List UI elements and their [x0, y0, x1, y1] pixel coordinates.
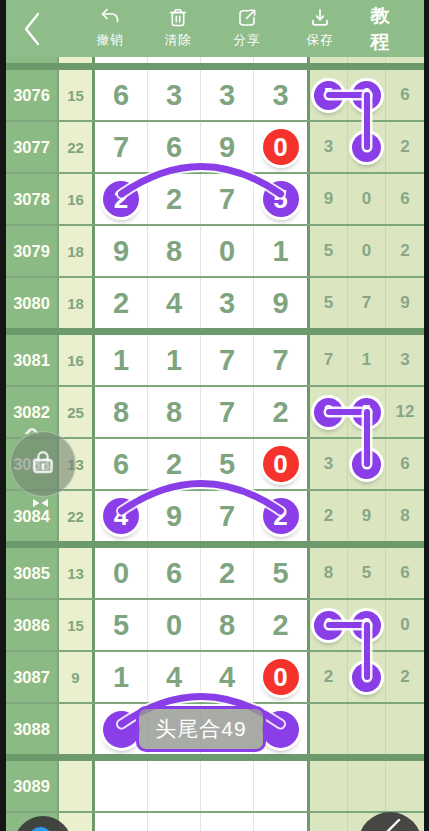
pencil-icon — [373, 812, 407, 831]
digit-cell[interactable]: 3 — [201, 70, 254, 120]
digit-cell[interactable]: 8 — [148, 226, 201, 276]
screen-edge-left — [0, 0, 6, 831]
aux-digit-cell[interactable]: 12 — [386, 387, 424, 437]
sum-cell: 13 — [59, 548, 92, 598]
purple-circle-mark[interactable]: 6 — [352, 133, 381, 162]
sum-cell: 15 — [59, 600, 92, 650]
sum-cell: 9 — [59, 652, 92, 702]
chart-row: 3081161177713 — [6, 335, 424, 385]
aux-digit-cell[interactable]: 7 — [348, 278, 386, 328]
chart-row: 3084224972298 — [6, 491, 424, 541]
aux-digit-cell[interactable] — [386, 704, 424, 754]
digit-cell[interactable]: 0 — [148, 600, 201, 650]
period-cell: 3086 — [6, 600, 59, 650]
sum-cell: 25 — [59, 387, 92, 437]
aux-digit-cell[interactable]: 1 — [348, 335, 386, 385]
sum-cell: 16 — [59, 174, 92, 224]
aux-digit-cell[interactable]: 5 — [348, 387, 386, 437]
digit-cell[interactable]: 5 — [254, 174, 307, 224]
undo-label: 撤销 — [97, 32, 124, 49]
digit-cell[interactable]: 2 — [254, 600, 307, 650]
aux-digit-cell[interactable]: 6 — [386, 548, 424, 598]
sum-cell: 18 — [59, 278, 92, 328]
aux-digit-cell[interactable]: 3 — [348, 439, 386, 489]
aux-digit-cell[interactable]: 0 — [348, 652, 386, 702]
purple-circle-mark[interactable] — [262, 711, 299, 748]
purple-circle-mark[interactable]: 5 — [352, 398, 381, 427]
aux-digit-cell[interactable]: 2 — [386, 652, 424, 702]
period-cell: 3084 — [6, 491, 59, 541]
aux-digit-cell[interactable]: 6 — [310, 600, 348, 650]
clear-button[interactable]: 清除 — [148, 6, 208, 49]
back-button[interactable] — [22, 11, 42, 51]
digit-cell[interactable]: 0 — [254, 439, 307, 489]
digit-cell[interactable] — [148, 57, 201, 63]
purple-circle-mark[interactable]: 5 — [263, 181, 299, 217]
digit-cell[interactable]: 2 — [254, 387, 307, 437]
digit-cell[interactable]: 3 — [201, 278, 254, 328]
purple-circle-mark[interactable]: 8 — [352, 611, 381, 640]
period-cell: 3078 — [6, 174, 59, 224]
period-cell: 3087 — [6, 652, 59, 702]
digit-cell[interactable] — [201, 57, 254, 63]
aux-digit-cell[interactable] — [348, 57, 386, 63]
screen-edge-right — [424, 0, 429, 831]
sum-cell: 22 — [59, 491, 92, 541]
digit-cell[interactable]: 0 — [201, 226, 254, 276]
purple-circle-mark[interactable] — [103, 711, 140, 748]
aux-digit-cell[interactable] — [310, 704, 348, 754]
digit-cell[interactable]: 2 — [148, 439, 201, 489]
digit-cell[interactable]: 0 — [254, 122, 307, 172]
digit-cell[interactable]: 1 — [148, 335, 201, 385]
digit-cell[interactable]: 4 — [148, 652, 201, 702]
chart-row: 3082^2588728512 — [6, 387, 424, 437]
digit-cell[interactable]: 9 — [201, 122, 254, 172]
digit-cell[interactable]: 8 — [201, 600, 254, 650]
digit-cell[interactable]: 2 — [95, 278, 148, 328]
digit-cell[interactable]: 9 — [254, 278, 307, 328]
aux-digit-cell[interactable]: 9 — [310, 174, 348, 224]
digit-cell[interactable]: 1 — [95, 335, 148, 385]
purple-circle-mark[interactable]: 2 — [263, 498, 299, 534]
aux-digit-cell[interactable]: 5 — [310, 226, 348, 276]
period-cell: 3080 — [6, 278, 59, 328]
digit-cell[interactable]: 1 — [254, 226, 307, 276]
purple-circle-mark[interactable]: 6 — [314, 611, 343, 640]
share-button[interactable]: 分享 — [217, 6, 277, 49]
period-cell: 3082^ — [6, 387, 59, 437]
digit-cell[interactable]: 7 — [201, 335, 254, 385]
aux-digit-cell[interactable]: 2 — [310, 652, 348, 702]
digit-cell[interactable]: 6 — [148, 548, 201, 598]
lock-icon — [27, 446, 59, 482]
digit-cell[interactable]: 7 — [254, 335, 307, 385]
digit-cell[interactable]: 5 — [95, 600, 148, 650]
digit-cell[interactable]: 3 — [148, 70, 201, 120]
period-cell: 3076 — [6, 70, 59, 120]
period-cell: 3088 — [6, 704, 59, 754]
toolbar: 撤销 清除 分享 保存 教程 — [0, 0, 429, 57]
digit-cell[interactable]: 4 — [95, 491, 148, 541]
digit-cell[interactable]: 0 — [254, 652, 307, 702]
chart-row: 3080182439579 — [6, 278, 424, 328]
sum-cell — [59, 57, 92, 63]
period-cell: 3077 — [6, 122, 59, 172]
aux-digit-cell[interactable]: 2 — [386, 122, 424, 172]
aux-digit-cell[interactable]: 6 — [348, 122, 386, 172]
chart-row: 3085130625856 — [6, 548, 424, 598]
aux-digit-cell[interactable]: 0 — [386, 600, 424, 650]
digit-cell[interactable]: 7 — [201, 387, 254, 437]
aux-digit-cell[interactable]: 8 — [386, 491, 424, 541]
blue-dot-icon — [29, 827, 52, 831]
digit-cell[interactable]: 1 — [95, 652, 148, 702]
aux-digit-cell[interactable]: 5 — [310, 70, 348, 120]
share-icon — [235, 6, 259, 30]
aux-digit-cell[interactable] — [310, 57, 348, 63]
aux-digit-cell[interactable]: 0 — [348, 226, 386, 276]
chevron-left-icon — [22, 33, 42, 50]
aux-digit-cell[interactable]: 5 — [310, 278, 348, 328]
digit-cell[interactable]: 3 — [254, 70, 307, 120]
sum-cell: 22 — [59, 122, 92, 172]
tutorial-button[interactable]: 教程 — [371, 3, 410, 55]
period-cell — [6, 57, 59, 63]
purple-circle-mark[interactable]: 3 — [352, 450, 381, 479]
sum-cell: 16 — [59, 335, 92, 385]
aux-digit-cell[interactable]: 2 — [310, 491, 348, 541]
undo-button[interactable]: 撤销 — [80, 6, 140, 49]
chart-row: 308791440202 — [6, 652, 424, 702]
save-label: 保存 — [307, 32, 334, 49]
purple-circle-mark[interactable]: 6 — [352, 81, 381, 110]
purple-circle-mark[interactable]: 0 — [352, 663, 381, 692]
red-circle-mark[interactable]: 0 — [263, 659, 299, 695]
aux-digit-cell[interactable]: 8 — [310, 387, 348, 437]
digit-cell[interactable] — [201, 761, 254, 811]
sum-cell — [59, 761, 92, 811]
digit-cell[interactable]: 8 — [148, 387, 201, 437]
aux-digit-cell[interactable]: 3 — [310, 122, 348, 172]
digit-cell[interactable] — [95, 813, 148, 831]
purple-circle-mark[interactable]: 4 — [103, 498, 139, 534]
chart-row: 3089 — [6, 761, 424, 811]
digit-cell[interactable]: 7 — [201, 174, 254, 224]
aux-digit-cell[interactable] — [386, 57, 424, 63]
sum-cell: 15 — [59, 70, 92, 120]
clear-label: 清除 — [165, 32, 192, 49]
digit-cell[interactable]: 6 — [148, 122, 201, 172]
digit-cell[interactable]: 6 — [95, 439, 148, 489]
purple-circle-mark[interactable]: 8 — [314, 398, 343, 427]
sum-cell: 18 — [59, 226, 92, 276]
purple-circle-mark[interactable]: 2 — [103, 181, 139, 217]
chart-row: 3086155082680 — [6, 600, 424, 650]
group-separator — [6, 541, 424, 548]
annotation-label[interactable]: 头尾合49 — [136, 706, 266, 752]
partial-row — [6, 57, 424, 63]
digit-cell[interactable]: 4 — [148, 278, 201, 328]
aux-digit-cell[interactable] — [348, 704, 386, 754]
aux-digit-cell[interactable]: 9 — [386, 278, 424, 328]
digit-cell[interactable]: 8 — [95, 387, 148, 437]
aux-digit-cell[interactable]: 2 — [386, 226, 424, 276]
save-icon — [308, 6, 332, 30]
purple-circle-mark[interactable]: 5 — [314, 81, 343, 110]
period-cell: 3085 — [6, 548, 59, 598]
group-separator — [6, 328, 424, 335]
digit-cell[interactable]: 2 — [201, 548, 254, 598]
undo-icon — [98, 6, 122, 30]
digit-cell[interactable] — [95, 761, 148, 811]
aux-digit-cell[interactable]: 3 — [310, 439, 348, 489]
digit-cell[interactable]: 9 — [148, 491, 201, 541]
trash-icon — [166, 6, 190, 30]
digit-cell[interactable]: 0 — [95, 548, 148, 598]
aux-digit-cell[interactable]: 6 — [386, 174, 424, 224]
aux-digit-cell[interactable] — [386, 761, 424, 811]
lock-button[interactable] — [10, 431, 76, 497]
digit-cell[interactable] — [254, 57, 307, 63]
group-separator — [6, 63, 424, 70]
period-cell: 3089 — [6, 761, 59, 811]
digit-cell[interactable]: 9 — [95, 226, 148, 276]
chart-row: 3077227690362 — [6, 122, 424, 172]
digit-cell[interactable] — [201, 813, 254, 831]
group-separator — [6, 754, 424, 761]
aux-digit-cell[interactable]: 0 — [348, 174, 386, 224]
aux-digit-cell[interactable] — [310, 813, 348, 831]
aux-digit-cell[interactable]: 6 — [386, 70, 424, 120]
digit-cell[interactable] — [148, 761, 201, 811]
digit-cell[interactable] — [254, 761, 307, 811]
digit-cell[interactable]: 6 — [95, 70, 148, 120]
digit-cell[interactable]: 2 — [254, 491, 307, 541]
sum-cell — [59, 704, 92, 754]
period-cell: 3081 — [6, 335, 59, 385]
digit-cell[interactable]: 5 — [254, 548, 307, 598]
digit-cell[interactable] — [148, 813, 201, 831]
digit-cell[interactable]: 5 — [201, 439, 254, 489]
aux-digit-cell[interactable] — [348, 761, 386, 811]
aux-digit-cell[interactable]: 8 — [348, 600, 386, 650]
aux-digit-cell[interactable]: 8 — [310, 548, 348, 598]
aux-digit-cell[interactable] — [310, 761, 348, 811]
aux-digit-cell[interactable]: 5 — [348, 548, 386, 598]
digit-cell[interactable]: 2 — [95, 174, 148, 224]
chart-row: 3079189801502 — [6, 226, 424, 276]
digit-cell[interactable] — [95, 57, 148, 63]
aux-digit-cell[interactable]: 6 — [386, 439, 424, 489]
period-cell: 3079 — [6, 226, 59, 276]
save-button[interactable]: 保存 — [290, 6, 350, 49]
digit-cell[interactable]: 4 — [201, 652, 254, 702]
aux-digit-cell[interactable]: 3 — [386, 335, 424, 385]
red-circle-mark[interactable]: 0 — [263, 129, 299, 165]
chart-row: 3078162275906 — [6, 174, 424, 224]
digit-cell[interactable]: 2 — [148, 174, 201, 224]
share-label: 分享 — [234, 32, 261, 49]
aux-digit-cell[interactable]: 7 — [310, 335, 348, 385]
red-circle-mark[interactable]: 0 — [263, 446, 299, 482]
digit-cell[interactable] — [254, 813, 307, 831]
aux-digit-cell[interactable]: 9 — [348, 491, 386, 541]
digit-cell[interactable]: 7 — [95, 122, 148, 172]
chart-row: 3076156333566 — [6, 70, 424, 120]
digit-cell[interactable]: 7 — [201, 491, 254, 541]
aux-digit-cell[interactable]: 6 — [348, 70, 386, 120]
